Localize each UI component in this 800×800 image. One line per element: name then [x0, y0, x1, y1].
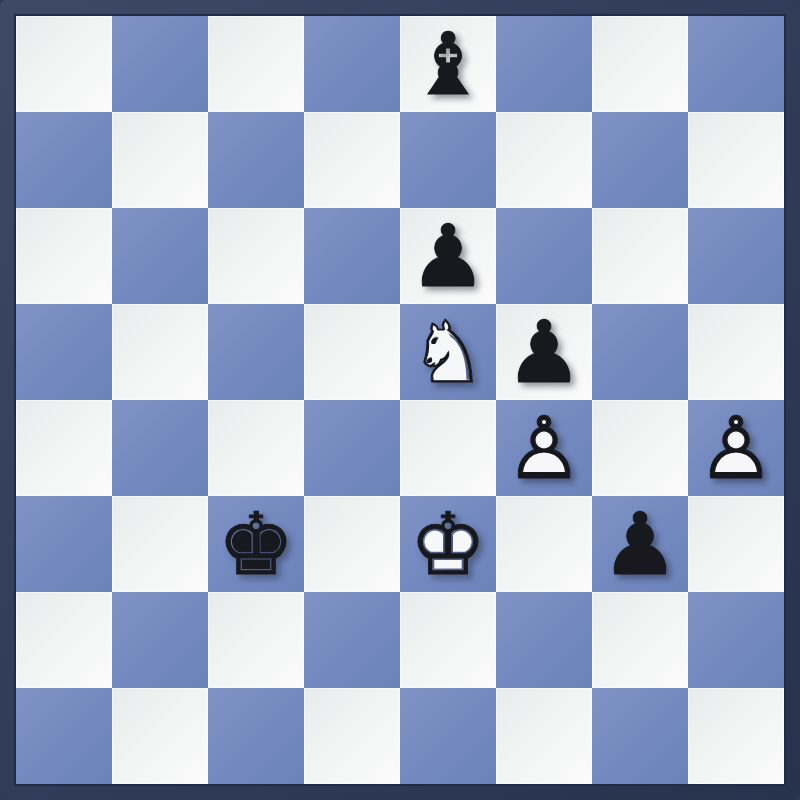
square-b3[interactable] [112, 496, 208, 592]
chess-board: ♝♟♞♘♟♟♙♟♙♚♚♔♟ [16, 16, 784, 784]
white-knight[interactable]: ♞♘ [400, 304, 496, 400]
square-h2[interactable] [688, 592, 784, 688]
square-a7[interactable] [16, 112, 112, 208]
square-g5[interactable] [592, 304, 688, 400]
square-e6[interactable]: ♟ [400, 208, 496, 304]
square-c7[interactable] [208, 112, 304, 208]
square-e8[interactable]: ♝ [400, 16, 496, 112]
square-c1[interactable] [208, 688, 304, 784]
square-d3[interactable] [304, 496, 400, 592]
black-pawn[interactable]: ♟ [400, 208, 496, 304]
black-king-glyph: ♚ [208, 496, 304, 592]
square-h1[interactable] [688, 688, 784, 784]
square-f6[interactable] [496, 208, 592, 304]
square-e7[interactable] [400, 112, 496, 208]
square-f1[interactable] [496, 688, 592, 784]
square-g4[interactable] [592, 400, 688, 496]
square-f7[interactable] [496, 112, 592, 208]
square-a2[interactable] [16, 592, 112, 688]
square-a1[interactable] [16, 688, 112, 784]
square-e4[interactable] [400, 400, 496, 496]
square-g1[interactable] [592, 688, 688, 784]
square-c3[interactable]: ♚ [208, 496, 304, 592]
square-b5[interactable] [112, 304, 208, 400]
square-d7[interactable] [304, 112, 400, 208]
square-d8[interactable] [304, 16, 400, 112]
white-pawn-outline: ♙ [496, 400, 592, 496]
black-bishop[interactable]: ♝ [400, 16, 496, 112]
black-pawn-glyph: ♟ [400, 208, 496, 304]
black-bishop-glyph: ♝ [400, 16, 496, 112]
square-f3[interactable] [496, 496, 592, 592]
square-d1[interactable] [304, 688, 400, 784]
square-b6[interactable] [112, 208, 208, 304]
board-frame: ♝♟♞♘♟♟♙♟♙♚♚♔♟ [0, 0, 800, 800]
square-c6[interactable] [208, 208, 304, 304]
square-h7[interactable] [688, 112, 784, 208]
square-h5[interactable] [688, 304, 784, 400]
square-f8[interactable] [496, 16, 592, 112]
square-g2[interactable] [592, 592, 688, 688]
square-a3[interactable] [16, 496, 112, 592]
square-g3[interactable]: ♟ [592, 496, 688, 592]
black-pawn-glyph: ♟ [592, 496, 688, 592]
square-b8[interactable] [112, 16, 208, 112]
square-e5[interactable]: ♞♘ [400, 304, 496, 400]
black-pawn[interactable]: ♟ [592, 496, 688, 592]
square-e1[interactable] [400, 688, 496, 784]
black-pawn[interactable]: ♟ [496, 304, 592, 400]
square-b7[interactable] [112, 112, 208, 208]
square-h3[interactable] [688, 496, 784, 592]
square-a6[interactable] [16, 208, 112, 304]
white-king[interactable]: ♚♔ [400, 496, 496, 592]
black-pawn-glyph: ♟ [496, 304, 592, 400]
square-d4[interactable] [304, 400, 400, 496]
white-king-outline: ♔ [400, 496, 496, 592]
square-f2[interactable] [496, 592, 592, 688]
square-c2[interactable] [208, 592, 304, 688]
square-a8[interactable] [16, 16, 112, 112]
square-d2[interactable] [304, 592, 400, 688]
square-b1[interactable] [112, 688, 208, 784]
square-g8[interactable] [592, 16, 688, 112]
white-pawn-outline: ♙ [688, 400, 784, 496]
square-a4[interactable] [16, 400, 112, 496]
white-pawn[interactable]: ♟♙ [496, 400, 592, 496]
square-b4[interactable] [112, 400, 208, 496]
square-b2[interactable] [112, 592, 208, 688]
square-a5[interactable] [16, 304, 112, 400]
square-f5[interactable]: ♟ [496, 304, 592, 400]
black-king[interactable]: ♚ [208, 496, 304, 592]
square-f4[interactable]: ♟♙ [496, 400, 592, 496]
white-pawn[interactable]: ♟♙ [688, 400, 784, 496]
square-c8[interactable] [208, 16, 304, 112]
square-d5[interactable] [304, 304, 400, 400]
square-c5[interactable] [208, 304, 304, 400]
square-h4[interactable]: ♟♙ [688, 400, 784, 496]
square-e2[interactable] [400, 592, 496, 688]
square-e3[interactable]: ♚♔ [400, 496, 496, 592]
square-h6[interactable] [688, 208, 784, 304]
white-knight-outline: ♘ [400, 304, 496, 400]
square-d6[interactable] [304, 208, 400, 304]
square-c4[interactable] [208, 400, 304, 496]
square-h8[interactable] [688, 16, 784, 112]
square-g6[interactable] [592, 208, 688, 304]
square-g7[interactable] [592, 112, 688, 208]
